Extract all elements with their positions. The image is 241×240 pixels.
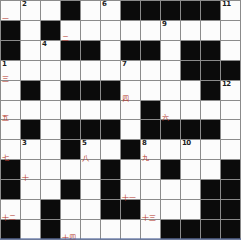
cell-r6c2[interactable] [41,120,60,139]
cell-r9c7[interactable] [141,180,160,199]
cell-r4c10-black [201,81,220,100]
across-clue-number-red: 十一 [122,194,136,202]
cell-r5c2[interactable] [41,101,60,120]
cell-r7c3-black [61,140,80,159]
cell-r2c3-black [61,41,80,60]
cell-r11c11-black [221,220,240,239]
cell-r0c1[interactable]: 2 [21,1,40,20]
cell-r6c4-black [81,120,100,139]
cell-r10c7[interactable]: 十三 [141,200,160,219]
down-clue-number: 8 [142,139,146,147]
cell-r8c10[interactable] [201,160,220,179]
cell-r3c11-black [221,61,240,80]
cell-r6c11[interactable] [221,120,240,139]
cell-r3c8[interactable] [161,61,180,80]
cell-r5c3[interactable] [61,101,80,120]
cell-r1c4[interactable] [81,21,100,40]
cell-r8c1[interactable]: 十 [21,160,40,179]
cell-r5c6[interactable] [121,101,140,120]
cell-r0c2[interactable] [41,1,60,20]
across-clue-number-red: 一 [2,15,9,23]
cell-r0c11[interactable]: 11 [221,1,240,20]
cell-r4c0[interactable] [1,81,20,100]
cell-r5c1[interactable] [21,101,40,120]
down-clue-number: 12 [222,80,231,88]
cell-r4c9[interactable] [181,81,200,100]
cell-r10c11-black [221,200,240,219]
cell-r11c9-black [181,220,200,239]
cell-r7c2[interactable] [41,140,60,159]
across-clue-number-red: 七 [2,154,9,162]
cell-r3c4[interactable] [81,61,100,80]
cell-r11c0-black [1,220,20,239]
cell-r0c5[interactable]: 6 [101,1,120,20]
cell-r4c5-black [101,81,120,100]
cell-r7c10[interactable] [201,140,220,159]
cell-r11c7[interactable] [141,220,160,239]
cell-r8c7[interactable] [141,160,160,179]
cell-r10c0[interactable]: 十二 [1,200,20,219]
cell-r3c0[interactable]: 1三 [1,61,20,80]
cell-r2c10-black [201,41,220,60]
down-clue-number: 5 [82,139,86,147]
cell-r3c7[interactable] [141,61,160,80]
cell-r0c9-black [181,1,200,20]
cell-r8c2[interactable] [41,160,60,179]
down-clue-number: 3 [22,139,26,147]
cell-r1c8[interactable]: 9 [161,21,180,40]
cell-r4c7[interactable] [141,81,160,100]
cell-r9c8[interactable] [161,180,180,199]
cell-r2c9-black [181,41,200,60]
cell-r3c3[interactable] [61,61,80,80]
cell-r7c1[interactable]: 3 [21,140,40,159]
across-clue-number-red: 三 [2,75,9,83]
cell-r10c1[interactable] [21,200,40,219]
cell-r2c2[interactable]: 4 [41,41,60,60]
cell-r1c1[interactable] [21,21,40,40]
cell-r3c1[interactable] [21,61,40,80]
down-clue-number: 4 [42,40,46,48]
across-clue-number-red: 九 [142,154,149,162]
cell-r11c10-black [201,220,220,239]
cell-r2c7-black [141,41,160,60]
cell-r9c6[interactable]: 十一 [121,180,140,199]
cell-r1c6[interactable] [121,21,140,40]
cell-r4c8[interactable] [161,81,180,100]
cell-r2c11[interactable] [221,41,240,60]
cell-r11c6[interactable] [121,220,140,239]
down-clue-number: 11 [222,0,231,8]
cell-r2c1[interactable] [21,41,40,60]
cell-r2c8[interactable] [161,41,180,60]
cell-r7c5[interactable] [101,140,120,159]
cell-r5c4[interactable] [81,101,100,120]
cell-r0c0[interactable]: 一 [1,1,20,20]
cell-r6c0[interactable] [1,120,20,139]
cell-r0c7-black [141,1,160,20]
cell-r8c3[interactable] [61,160,80,179]
cell-r8c0-black [1,160,20,179]
cell-r4c11[interactable]: 12 [221,81,240,100]
cell-r11c2-black [41,220,60,239]
cell-r10c9[interactable] [181,200,200,219]
down-clue-number: 7 [122,60,126,68]
cell-r5c8[interactable]: 六 [161,101,180,120]
cell-r6c1-black [21,120,40,139]
cell-r4c2[interactable] [41,81,60,100]
cell-r10c2-black [41,200,60,219]
cell-r1c11[interactable] [221,21,240,40]
cell-r1c10[interactable] [201,21,220,40]
down-clue-number: 10 [182,139,191,147]
cell-r8c8-black [161,160,180,179]
across-clue-number-red: 十三 [142,214,156,222]
cell-r3c2[interactable] [41,61,60,80]
cell-r3c9-black [181,61,200,80]
cell-r2c4-black [81,41,100,60]
cell-r4c4-black [81,81,100,100]
cell-r4c1-black [21,81,40,100]
cell-r1c0-black [1,21,20,40]
cell-r1c7[interactable] [141,21,160,40]
cell-r1c5[interactable] [101,21,120,40]
cell-r0c6-black [121,1,140,20]
cell-r11c8-black [161,220,180,239]
down-clue-number: 2 [22,0,26,8]
cell-r9c4[interactable] [81,180,100,199]
cell-r10c5-black [101,200,120,219]
crossword-puzzle: 一2611二941三7四12五六七35八8九10十十一十二十三十四 [0,0,241,240]
cell-r9c3-black [61,180,80,199]
cell-r9c11-black [221,180,240,199]
cell-r0c10-black [201,1,220,20]
cell-r1c9[interactable] [181,21,200,40]
cell-r10c10-black [201,200,220,219]
across-clue-number-red: 二 [62,35,69,43]
down-clue-number: 6 [102,0,106,8]
cell-r2c0-black [1,41,20,60]
cell-r7c6-black [121,140,140,159]
across-clue-number-red: 十二 [2,214,16,222]
cell-r2c5[interactable] [101,41,120,60]
cell-r0c8-black [161,1,180,20]
cell-r10c4[interactable] [81,200,100,219]
cell-r11c5[interactable] [101,220,120,239]
cell-r3c6[interactable]: 7 [121,61,140,80]
cell-r3c10-black [201,61,220,80]
cell-r6c10-black [201,120,220,139]
across-clue-number-red: 十 [22,174,29,182]
cell-r7c11[interactable] [221,140,240,159]
cell-r11c4[interactable] [81,220,100,239]
cell-r5c11[interactable] [221,101,240,120]
cell-r8c5-black [101,160,120,179]
cell-r8c11-black [221,160,240,179]
cell-r6c3-black [61,120,80,139]
cell-r5c10[interactable] [201,101,220,120]
crossword-board: 一2611二941三7四12五六七35八8九10十十一十二十三十四 [0,0,241,240]
cell-r10c6-black [121,200,140,219]
cell-r10c3[interactable] [61,200,80,219]
cell-r9c5-black [101,180,120,199]
across-clue-number-red: 八 [82,154,89,162]
cell-r0c4[interactable] [81,1,100,20]
cell-r9c0-black [1,180,20,199]
cell-r8c9[interactable] [181,160,200,179]
across-clue-number-red: 四 [122,95,129,103]
across-clue-number-red: 六 [162,114,169,122]
cell-r6c7-black [141,120,160,139]
cell-r1c2-black [41,21,60,40]
cell-r8c4[interactable] [81,160,100,179]
down-clue-number: 1 [2,60,6,68]
cell-r5c5[interactable] [101,101,120,120]
cell-r4c3-black [61,81,80,100]
cell-r6c8-black [161,120,180,139]
cell-r1c3[interactable]: 二 [61,21,80,40]
cell-r5c7-black [141,101,160,120]
cell-r6c9-black [181,120,200,139]
cell-r9c9[interactable] [181,180,200,199]
cell-r7c7[interactable]: 8九 [141,140,160,159]
cell-r9c10-black [201,180,220,199]
cell-r5c9[interactable] [181,101,200,120]
cell-r7c8[interactable] [161,140,180,159]
cell-r7c0[interactable]: 七 [1,140,20,159]
cell-r3c5[interactable] [101,61,120,80]
cell-r5c0[interactable]: 五 [1,101,20,120]
cell-r11c1[interactable] [21,220,40,239]
cell-r9c2[interactable] [41,180,60,199]
cell-r6c6[interactable] [121,120,140,139]
cell-r4c6[interactable]: 四 [121,81,140,100]
down-clue-number: 9 [162,20,166,28]
cell-r7c4[interactable]: 5八 [81,140,100,159]
cell-r6c5-black [101,120,120,139]
cell-r2c6-black [121,41,140,60]
cell-r0c3-black [61,1,80,20]
across-clue-number-red: 五 [2,114,9,122]
cell-r9c1[interactable] [21,180,40,199]
cell-r7c9[interactable]: 10 [181,140,200,159]
cell-r10c8[interactable] [161,200,180,219]
cell-r8c6[interactable] [121,160,140,179]
cell-r11c3[interactable]: 十四 [61,220,80,239]
